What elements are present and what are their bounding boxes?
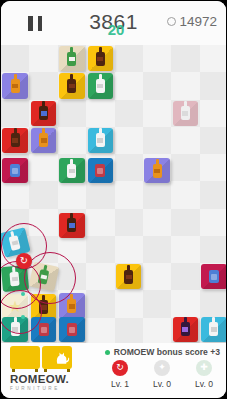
- tile-r4c3-blue[interactable]: [88, 158, 114, 183]
- tile-r3c0-red[interactable]: [2, 128, 28, 153]
- board-cell: [86, 318, 114, 345]
- powerup-3-button[interactable]: ✚ Lv. 0: [190, 360, 218, 389]
- board-cell: [115, 154, 143, 181]
- board-cell: [58, 100, 86, 127]
- board-cell: [171, 209, 199, 236]
- board-cell: [115, 45, 143, 72]
- powerup-rotate-button[interactable]: ↻ Lv. 1: [106, 360, 134, 389]
- board-cell: [143, 290, 171, 317]
- board-cell: [1, 100, 29, 127]
- bottle-brown-icon: [96, 52, 105, 66]
- tile-r10c2-blue[interactable]: [59, 317, 85, 342]
- board-cell: [115, 181, 143, 208]
- powerup-3-icon: ✚: [196, 360, 212, 376]
- can-red-icon: [95, 164, 105, 177]
- bottle-amber-icon: [39, 133, 48, 147]
- rotate-powerup-icon: ↻: [112, 360, 128, 376]
- bottle-purple-icon: [181, 322, 190, 336]
- tile-r3c3-cyan[interactable]: [88, 128, 114, 153]
- can-blue-icon: [10, 164, 20, 177]
- bottle-brown-blue-icon: [67, 218, 76, 232]
- board-cell: [115, 318, 143, 345]
- board-cell: [58, 236, 86, 263]
- coins-counter: 14972: [167, 14, 217, 29]
- bottle-white-icon: [96, 79, 105, 93]
- tile-r4c5-purple[interactable]: [144, 158, 170, 183]
- board-cell: [29, 154, 57, 181]
- logo-subtitle: FURNITURE: [10, 386, 80, 391]
- bottle-white-icon: [209, 322, 218, 336]
- tile-r4c2-green[interactable]: [59, 158, 85, 183]
- board-cell: [200, 236, 226, 263]
- board-cell: [86, 100, 114, 127]
- board-cell: [171, 154, 199, 181]
- board-cell: [200, 181, 226, 208]
- bottle-white-icon: [9, 234, 21, 250]
- floating-score-popup: 20: [108, 21, 125, 38]
- board-cell: [200, 72, 226, 99]
- game-screen: 3861 20 14972 ★↻: [1, 1, 226, 398]
- board-cell: [29, 181, 57, 208]
- bottle-brown-icon: [67, 79, 76, 93]
- tile-r2c6-pink[interactable]: [173, 101, 199, 126]
- board-cell: [200, 45, 226, 72]
- tile-r10c0-teal[interactable]: [2, 317, 28, 342]
- sofa-left-cushion: [10, 346, 40, 369]
- tile-r9c1-yellow[interactable]: [31, 294, 57, 319]
- board-cell: [143, 318, 171, 345]
- tile-r10c7-cyan[interactable]: [201, 317, 226, 342]
- board-cell: [86, 236, 114, 263]
- board-cell: [143, 45, 171, 72]
- board-cell: [115, 72, 143, 99]
- board-cell: [200, 100, 226, 127]
- powerup-level-label: Lv. 1: [111, 379, 129, 389]
- bottle-white-icon: [10, 271, 20, 286]
- tile-r1c3-green[interactable]: [88, 73, 114, 98]
- bottle-brown-icon: [11, 133, 20, 147]
- can-red-icon: [67, 323, 77, 336]
- bonus-text: ROMOEW bonus score +3: [114, 347, 220, 357]
- board-cell: [115, 236, 143, 263]
- board-cell: [86, 181, 114, 208]
- tile-r2c1-red[interactable]: [31, 101, 57, 126]
- coins-value: 14972: [179, 14, 217, 29]
- bottle-white-icon: [181, 106, 190, 120]
- bottle-amber-icon: [67, 299, 76, 313]
- bottle-amber-icon: [11, 79, 20, 93]
- board-cell: [115, 209, 143, 236]
- board-cell: [171, 181, 199, 208]
- board-cell: [115, 127, 143, 154]
- board-cell: [171, 127, 199, 154]
- bottle-brown-icon: [124, 270, 133, 284]
- star-icon: ★: [8, 299, 22, 315]
- board-cell: [171, 236, 199, 263]
- bottle-green-icon: [67, 52, 76, 66]
- board-cell: [29, 45, 57, 72]
- board-cell: [86, 263, 114, 290]
- bottle-white-icon: [67, 164, 76, 178]
- cat-silhouette-icon: [42, 346, 72, 369]
- powerup-2-button[interactable]: ✦ Lv. 0: [148, 360, 176, 389]
- tile-r8c4-yellow[interactable]: [116, 264, 142, 289]
- tile-r1c0-purple[interactable]: [2, 73, 28, 98]
- board-cell: [86, 290, 114, 317]
- phone-frame: 3861 20 14972 ★↻: [0, 0, 227, 399]
- board-cell: [58, 181, 86, 208]
- powerup-badges: ↻ Lv. 1 ✦ Lv. 0 ✚ Lv. 0: [106, 360, 218, 389]
- board-cell: [58, 263, 86, 290]
- board-cell: [171, 263, 199, 290]
- board-cell: [115, 290, 143, 317]
- bottle-brown-icon: [39, 300, 48, 314]
- powerup-level-label: Lv. 0: [153, 379, 171, 389]
- top-bar: 3861 20 14972: [1, 1, 226, 45]
- board-cell: [171, 72, 199, 99]
- tile-r0c3-yellow[interactable]: [88, 46, 114, 71]
- tile-r1c2-yellow[interactable]: [59, 73, 85, 98]
- board-cell: [115, 100, 143, 127]
- board-cell: [29, 72, 57, 99]
- board-cell: [143, 236, 171, 263]
- logo-wordmark: ROMEOW.: [10, 373, 80, 385]
- board-cell: [29, 236, 57, 263]
- powerup-level-label: Lv. 0: [195, 379, 213, 389]
- board-cell: [1, 181, 29, 208]
- board-cell: [171, 290, 199, 317]
- board-cell: [143, 263, 171, 290]
- tile-r10c6-red[interactable]: [173, 317, 199, 342]
- tile-r8c0-green[interactable]: [1, 265, 29, 292]
- can-red-icon: [39, 323, 49, 336]
- powerup-2-icon: ✦: [154, 360, 170, 376]
- tile-r8c7-crimson[interactable]: [201, 264, 226, 289]
- board-cell: [143, 100, 171, 127]
- tile-r0c2-beige[interactable]: [59, 46, 85, 71]
- bottle-amber-icon: [153, 164, 162, 178]
- circle-outline-icon: [167, 17, 176, 26]
- board-cell: [171, 45, 199, 72]
- sparkle-dot: [21, 292, 25, 296]
- tile-r3c1-purple[interactable]: [31, 128, 57, 153]
- tile-r6c2-red[interactable]: [59, 213, 85, 238]
- board-cell: [58, 127, 86, 154]
- bottle-white-icon: [11, 322, 20, 336]
- board-cell: [200, 127, 226, 154]
- bottom-panel: ROMEOW. FURNITURE ROMOEW bonus score +3 …: [1, 343, 226, 398]
- romeow-logo: ROMEOW. FURNITURE: [10, 346, 80, 391]
- tile-r10c1-blue[interactable]: [31, 317, 57, 342]
- tile-r4c0-crimson[interactable]: [2, 158, 28, 183]
- board-cell: [143, 72, 171, 99]
- bottle-white-icon: [96, 133, 105, 147]
- game-board: ★↻: [1, 45, 226, 345]
- board-cell: [143, 127, 171, 154]
- sparkle-dot: [21, 315, 25, 319]
- board-cell: [200, 154, 226, 181]
- can-blue-icon: [209, 270, 219, 283]
- board-cell: [200, 290, 226, 317]
- board-cell: [200, 209, 226, 236]
- board-cell: [143, 181, 171, 208]
- rotate-badge-icon: ↻: [16, 253, 32, 269]
- bottle-green-icon: [38, 269, 50, 285]
- board-cell: [86, 209, 114, 236]
- board-cell: [143, 209, 171, 236]
- bottle-brown-blue-icon: [39, 106, 48, 120]
- bonus-score-note: ROMOEW bonus score +3: [105, 347, 220, 357]
- board-cell: [29, 209, 57, 236]
- green-dot-icon: [105, 350, 110, 355]
- sofa-logo-icon: [10, 346, 80, 369]
- board-cell: [1, 45, 29, 72]
- tile-r9c2-purple[interactable]: [59, 293, 85, 318]
